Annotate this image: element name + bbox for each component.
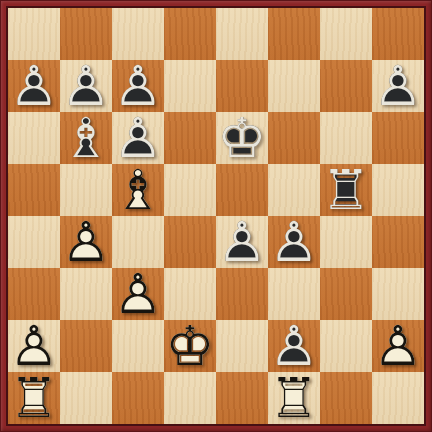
chess-board: ♟♙♟♙♟♙♟♙♝♗♟♙♚♔♝♗♜♖♟♙♟♙♟♙♟♙♟♙♚♔♟♙♟♙♜♖♜♖: [8, 8, 424, 424]
square-f2[interactable]: ♟♙: [268, 320, 320, 372]
square-a5[interactable]: [8, 164, 60, 216]
square-h3[interactable]: [372, 268, 424, 320]
piece-glyph-outline: ♙: [373, 319, 422, 374]
square-c3[interactable]: ♟♙: [112, 268, 164, 320]
piece-white-rook[interactable]: ♜♖: [8, 372, 60, 424]
square-g1[interactable]: [320, 372, 372, 424]
square-f7[interactable]: [268, 60, 320, 112]
square-f1[interactable]: ♜♖: [268, 372, 320, 424]
piece-black-pawn[interactable]: ♟♙: [60, 60, 112, 112]
square-g3[interactable]: [320, 268, 372, 320]
piece-white-pawn[interactable]: ♟♙: [8, 320, 60, 372]
piece-black-bishop[interactable]: ♝♗: [60, 112, 112, 164]
square-b3[interactable]: [60, 268, 112, 320]
square-a7[interactable]: ♟♙: [8, 60, 60, 112]
piece-white-king[interactable]: ♚♔: [164, 320, 216, 372]
square-a1[interactable]: ♜♖: [8, 372, 60, 424]
square-b1[interactable]: [60, 372, 112, 424]
piece-glyph-outline: ♖: [321, 163, 370, 218]
square-f8[interactable]: [268, 8, 320, 60]
square-c2[interactable]: [112, 320, 164, 372]
square-b5[interactable]: [60, 164, 112, 216]
square-b7[interactable]: ♟♙: [60, 60, 112, 112]
square-h4[interactable]: [372, 216, 424, 268]
square-c5[interactable]: ♝♗: [112, 164, 164, 216]
square-g8[interactable]: [320, 8, 372, 60]
square-h6[interactable]: [372, 112, 424, 164]
piece-glyph-outline: ♙: [217, 215, 266, 270]
square-g5[interactable]: ♜♖: [320, 164, 372, 216]
piece-glyph-outline: ♔: [165, 319, 214, 374]
square-e1[interactable]: [216, 372, 268, 424]
square-c8[interactable]: [112, 8, 164, 60]
square-c4[interactable]: [112, 216, 164, 268]
piece-white-pawn[interactable]: ♟♙: [372, 320, 424, 372]
piece-glyph-outline: ♙: [269, 215, 318, 270]
piece-glyph-outline: ♖: [9, 371, 58, 426]
square-f5[interactable]: [268, 164, 320, 216]
piece-white-bishop[interactable]: ♝♗: [112, 164, 164, 216]
square-h1[interactable]: [372, 372, 424, 424]
board-frame: ♟♙♟♙♟♙♟♙♝♗♟♙♚♔♝♗♜♖♟♙♟♙♟♙♟♙♟♙♚♔♟♙♟♙♜♖♜♖: [0, 0, 432, 432]
square-c6[interactable]: ♟♙: [112, 112, 164, 164]
piece-white-pawn[interactable]: ♟♙: [112, 268, 164, 320]
piece-black-rook[interactable]: ♜♖: [320, 164, 372, 216]
square-f3[interactable]: [268, 268, 320, 320]
square-b8[interactable]: [60, 8, 112, 60]
square-g7[interactable]: [320, 60, 372, 112]
piece-glyph-outline: ♙: [113, 267, 162, 322]
square-b2[interactable]: [60, 320, 112, 372]
piece-white-pawn[interactable]: ♟♙: [60, 216, 112, 268]
square-a3[interactable]: [8, 268, 60, 320]
square-a4[interactable]: [8, 216, 60, 268]
piece-black-pawn[interactable]: ♟♙: [216, 216, 268, 268]
piece-glyph-outline: ♔: [217, 111, 266, 166]
square-d3[interactable]: [164, 268, 216, 320]
piece-black-pawn[interactable]: ♟♙: [8, 60, 60, 112]
square-a2[interactable]: ♟♙: [8, 320, 60, 372]
square-h8[interactable]: [372, 8, 424, 60]
square-g4[interactable]: [320, 216, 372, 268]
square-c7[interactable]: ♟♙: [112, 60, 164, 112]
piece-black-king[interactable]: ♚♔: [216, 112, 268, 164]
square-d4[interactable]: [164, 216, 216, 268]
square-c1[interactable]: [112, 372, 164, 424]
piece-black-pawn[interactable]: ♟♙: [372, 60, 424, 112]
square-d5[interactable]: [164, 164, 216, 216]
square-e3[interactable]: [216, 268, 268, 320]
square-e2[interactable]: [216, 320, 268, 372]
square-d6[interactable]: [164, 112, 216, 164]
piece-glyph-outline: ♙: [61, 215, 110, 270]
piece-black-pawn[interactable]: ♟♙: [268, 320, 320, 372]
square-d2[interactable]: ♚♔: [164, 320, 216, 372]
square-e8[interactable]: [216, 8, 268, 60]
square-e6[interactable]: ♚♔: [216, 112, 268, 164]
square-d7[interactable]: [164, 60, 216, 112]
square-h2[interactable]: ♟♙: [372, 320, 424, 372]
square-h7[interactable]: ♟♙: [372, 60, 424, 112]
square-e5[interactable]: [216, 164, 268, 216]
square-e4[interactable]: ♟♙: [216, 216, 268, 268]
piece-glyph-outline: ♗: [61, 111, 110, 166]
square-e7[interactable]: [216, 60, 268, 112]
square-d8[interactable]: [164, 8, 216, 60]
piece-black-pawn[interactable]: ♟♙: [268, 216, 320, 268]
piece-black-pawn[interactable]: ♟♙: [112, 60, 164, 112]
square-f4[interactable]: ♟♙: [268, 216, 320, 268]
square-d1[interactable]: [164, 372, 216, 424]
square-g2[interactable]: [320, 320, 372, 372]
square-h5[interactable]: [372, 164, 424, 216]
square-b4[interactable]: ♟♙: [60, 216, 112, 268]
piece-glyph-outline: ♗: [113, 163, 162, 218]
square-g6[interactable]: [320, 112, 372, 164]
piece-glyph-outline: ♙: [9, 59, 58, 114]
square-b6[interactable]: ♝♗: [60, 112, 112, 164]
piece-glyph-outline: ♖: [269, 371, 318, 426]
square-f6[interactable]: [268, 112, 320, 164]
piece-black-pawn[interactable]: ♟♙: [112, 112, 164, 164]
piece-glyph-outline: ♙: [373, 59, 422, 114]
piece-white-rook[interactable]: ♜♖: [268, 372, 320, 424]
square-a6[interactable]: [8, 112, 60, 164]
square-a8[interactable]: [8, 8, 60, 60]
